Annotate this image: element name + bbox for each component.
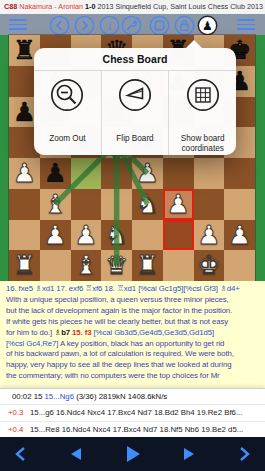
square-b1[interactable] [40,250,71,281]
square-e3[interactable]: ♞ [132,189,163,220]
flip-board-button[interactable]: Flip Board [102,71,170,155]
square-g1[interactable]: ♚ [194,250,225,281]
flip-board-icon [118,78,152,112]
game-header: C88 Nakamura - Aronian 1-0 2013 Sinquefi… [0,0,265,14]
jump-forward-icon[interactable] [236,445,252,463]
popup-notch [186,40,202,48]
zoom-out-button[interactable]: Zoom Out [34,71,102,155]
square-h4[interactable] [224,158,255,189]
chess-board-popup: Chess Board Zoom Out [34,48,236,155]
text-segment: for him to do.] [6,328,54,337]
next-move-icon[interactable] [182,446,196,462]
annotation-panel: 16. fxe5 ♗xd1 17. exf6 ♖xf6 18. ♖xd1 [%c… [0,281,265,388]
black-pawn-b4[interactable]: ♟ [40,158,71,189]
wrench-icon[interactable] [121,15,142,36]
square-b3[interactable]: ♝ [40,189,71,220]
square-c4[interactable] [71,158,102,189]
engine-line[interactable]: +0.315...g6 16.Ndc4 Nxc4 17.Bxc4 Nd7 18.… [0,404,265,421]
engine-status: 00:02 15 15...Ng6 (3/36) 2819kN 1408.6kN… [0,389,265,404]
annotation-line[interactable]: for him to do.] ♗b7 15. f3 [%cal Gb3d5,G… [6,328,265,339]
square-e4[interactable]: ♟ [132,158,163,189]
square-f3[interactable]: ♟ [163,189,194,220]
square-d3[interactable] [101,189,132,220]
square-c2[interactable]: ♟ [71,220,102,251]
highlight-c4 [71,158,102,189]
square-c1[interactable]: ♝ [71,250,102,281]
text-segment: With a unique special position, a queen … [6,295,229,304]
annotation-line[interactable]: [%csl Gc4,Re7] A key position, black has… [6,339,265,350]
chess-app-window: C88 Nakamura - Aronian 1-0 2013 Sinquefi… [0,0,265,471]
text-segment: but the lack of development again is the… [6,306,232,315]
square-a1[interactable]: ♜ [9,250,40,281]
square-f4[interactable] [163,158,194,189]
annotation-line[interactable]: With a unique special position, a queen … [6,295,265,306]
text-segment: 1-0 [85,2,97,11]
square-h2[interactable]: ♟ [224,220,255,251]
square-e1[interactable]: ♜ [132,250,163,281]
text-segment: ♗b7 [54,328,72,337]
board-settings-icon[interactable] [149,15,170,36]
white-knight-e3[interactable]: ♞ [132,189,163,220]
white-bishop-b3[interactable]: ♝ [40,189,71,220]
next-game-icon[interactable] [74,15,95,36]
engine-eval: +0.4 [8,422,30,438]
annotation-line[interactable]: but the lack of development again is the… [6,306,265,317]
prev-game-icon[interactable] [49,15,70,36]
white-pawn-e4[interactable]: ♟ [132,158,163,189]
text-segment: [%csl Gc4,Re7] [6,339,60,348]
engine-moves: 15...g6 16.Ndc4 Nxc4 17.Bxc4 Nd7 18.Bd2 … [30,408,242,417]
white-pawn-b2[interactable]: ♟ [40,220,71,251]
engine-line[interactable]: +0.415...Re8 16.Ndc4 Nxc4 17.Bxc4 Nd7 18… [0,421,265,438]
text-segment: A key position, black has an opportunity… [60,339,224,348]
text-segment: 00:02 15 [12,392,45,401]
white-pawn-g2[interactable]: ♟ [194,220,225,251]
engine-moves: 15...Re8 16.Ndc4 Nxc4 17.Bxc4 Nd7 18.Nf5… [30,425,243,434]
square-h1[interactable] [224,250,255,281]
highlight-f2 [163,220,194,251]
annotation-line[interactable]: of his backward pawn, a lot of calculati… [6,349,265,360]
white-pawn-f3[interactable]: ♟ [163,189,194,220]
show-coordinates-label: Show board coordinates [171,134,234,153]
board-coordinates-icon [186,78,220,112]
white-bishop-c1[interactable]: ♝ [71,250,102,281]
text-segment: 15. f3 [72,328,93,337]
text-segment: If white gets his pieces he will be clea… [6,317,228,326]
square-b4[interactable]: ♟ [40,158,71,189]
text-segment: 2013 Sinquefield Cup, Saint Louis Chess … [98,2,263,11]
square-g3[interactable] [194,189,225,220]
text-segment: 16. fxe5 ♗xd1 17. exf6 ♖xf6 18. ♖xd1 [%c… [6,284,240,293]
svg-text:i: i [108,20,111,32]
white-king-g1[interactable]: ♚ [194,250,225,281]
info-icon[interactable]: i [99,15,120,36]
white-pawn-h2[interactable]: ♟ [224,220,255,251]
next-move-large-icon[interactable] [124,444,142,464]
lock-icon[interactable] [174,15,195,36]
text-segment: of his backward pawn, a lot of calculati… [6,349,234,358]
top-toolbar: i ♟ [0,14,265,35]
text-segment: Nakamura - Aronian [19,2,85,11]
white-rook-a1[interactable]: ♜ [9,250,40,281]
text-segment: (3/36) 2819kN 1408.6kN/s [74,392,167,401]
text-segment: [%cal Gb3d5,Ge4d5,Ge3d5,Gd1d5] [94,328,215,337]
popup-title: Chess Board [34,48,236,71]
square-f2[interactable] [163,220,194,251]
square-g2[interactable]: ♟ [194,220,225,251]
board-area: ♜♛♜♚♝♝♟♟♟♟♞♟♟♞♟♟♟♝♞♟♟♟♞♟♟♜♝♛♜♚ Chess Boa… [0,35,265,281]
prev-move-icon[interactable] [69,446,83,462]
show-coordinates-button[interactable]: Show board coordinates [169,71,236,155]
square-c3[interactable] [71,189,102,220]
bottom-toolbar [0,437,265,471]
text-segment: happy, very happy to see all the deep li… [6,360,231,369]
square-e2[interactable] [132,220,163,251]
square-d2[interactable]: ♞ [101,220,132,251]
square-a2[interactable] [9,220,40,251]
text-segment: C88 [4,2,19,11]
square-g4[interactable] [194,158,225,189]
black-pawn-turn-icon[interactable]: ♟ [197,15,218,36]
white-rook-e1[interactable]: ♜ [132,250,163,281]
square-a4[interactable]: ♟ [9,158,40,189]
square-b2[interactable]: ♟ [40,220,71,251]
white-queen-d1[interactable]: ♛ [101,250,132,281]
white-pawn-a4[interactable]: ♟ [9,158,40,189]
white-pawn-c2[interactable]: ♟ [71,220,102,251]
white-knight-d2[interactable]: ♞ [101,220,132,251]
zoom-out-icon [50,78,84,112]
annotation-line[interactable]: If white gets his pieces he will be clea… [6,317,265,328]
zoom-out-label: Zoom Out [36,134,99,144]
jump-back-icon[interactable] [13,445,29,463]
engine-eval: +0.3 [8,405,30,421]
text-segment: 15...Ng6 [45,392,74,401]
engine-panel: 00:02 15 15...Ng6 (3/36) 2819kN 1408.6kN… [0,388,265,438]
menu-left-icon[interactable] [9,19,27,30]
annotation-line[interactable]: the commentary; with no computers were t… [6,371,265,382]
square-d4[interactable] [101,158,132,189]
annotation-line[interactable]: happy, very happy to see all the deep li… [6,360,265,371]
svg-text:♟: ♟ [202,19,213,33]
square-d1[interactable]: ♛ [101,250,132,281]
text-segment: the commentary; with no computers were t… [6,371,220,380]
square-f1[interactable] [163,250,194,281]
square-a3[interactable] [9,189,40,220]
square-h3[interactable] [224,189,255,220]
flip-board-label: Flip Board [104,134,167,144]
annotation-line[interactable]: 16. fxe5 ♗xd1 17. exf6 ♖xf6 18. ♖xd1 [%c… [6,284,265,295]
menu-right-icon[interactable] [237,19,255,30]
